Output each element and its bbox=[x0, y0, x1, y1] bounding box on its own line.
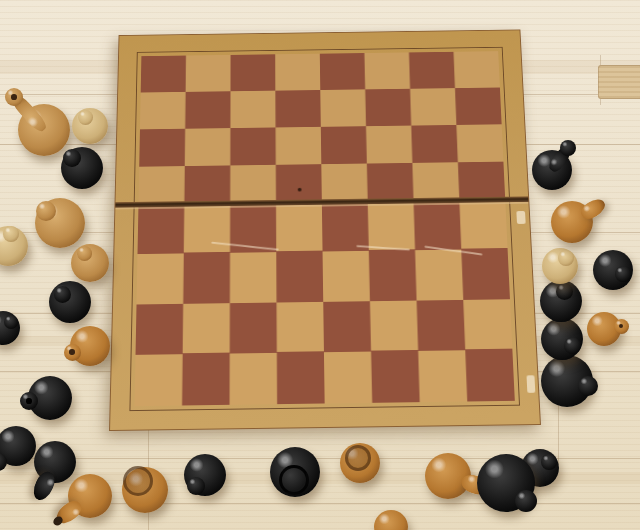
piece-white-knight bbox=[551, 201, 593, 243]
piece-black-bishop bbox=[532, 150, 572, 190]
piece-black-pawn bbox=[184, 454, 226, 496]
piece-black-rook bbox=[270, 447, 320, 497]
piece-white-bishop bbox=[68, 474, 112, 518]
piece-white-knight bbox=[425, 453, 471, 499]
piece-white-rook bbox=[122, 467, 168, 513]
piece-black-pawn bbox=[540, 280, 582, 322]
piece-white-rook bbox=[340, 443, 380, 483]
piece-black-pawn bbox=[61, 147, 103, 189]
piece-white-pawn bbox=[374, 510, 408, 530]
piece-black-pawn bbox=[28, 376, 72, 420]
scattered-chess-pieces bbox=[0, 0, 640, 530]
piece-white-queen bbox=[35, 198, 85, 248]
piece-white-pawn bbox=[71, 244, 109, 282]
piece-white-pawn bbox=[0, 226, 28, 266]
piece-black-king bbox=[477, 454, 535, 512]
piece-white-pawn bbox=[587, 312, 621, 346]
piece-white-pawn bbox=[70, 326, 110, 366]
piece-black-pawn bbox=[593, 250, 633, 290]
piece-white-pawn bbox=[542, 248, 578, 284]
piece-white-pawn bbox=[72, 108, 108, 144]
piece-black-queen bbox=[541, 355, 593, 407]
piece-black-bishop bbox=[0, 426, 36, 466]
piece-black-pawn bbox=[541, 318, 583, 360]
piece-black-pawn bbox=[49, 281, 91, 323]
photo-scene bbox=[0, 0, 640, 530]
piece-black-rook bbox=[0, 311, 20, 345]
